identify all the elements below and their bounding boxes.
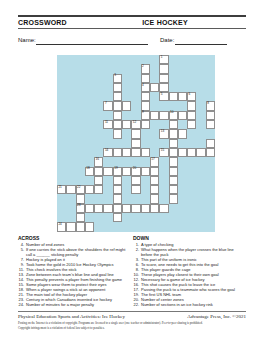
grid-cell[interactable]: 8	[206, 101, 215, 110]
grid-cell[interactable]	[141, 92, 150, 101]
grid-cell[interactable]	[131, 176, 140, 185]
grid-cell[interactable]	[206, 148, 215, 157]
clue-item: 22.Number of sections in an ice hockey r…	[133, 302, 245, 307]
down-heading: DOWN	[133, 235, 149, 241]
grid-cell[interactable]	[159, 83, 168, 92]
clue-number: 16	[96, 158, 99, 161]
clue-number: 13	[161, 130, 164, 133]
grid-cell[interactable]: 6	[187, 92, 196, 101]
grid-cell[interactable]	[187, 111, 196, 120]
grid-cell[interactable]	[113, 185, 122, 194]
grid-cell[interactable]	[122, 204, 131, 213]
grid-cell[interactable]	[131, 129, 140, 138]
grid-cell[interactable]	[141, 204, 150, 213]
grid-cell[interactable]	[150, 204, 159, 213]
grid-cell[interactable]	[113, 83, 122, 92]
page-title: ICE HOCKEY	[112, 19, 218, 26]
grid-cell[interactable]	[85, 204, 94, 213]
grid-cell[interactable]	[122, 120, 131, 129]
grid-cell[interactable]: 16	[94, 157, 103, 166]
grid-cell[interactable]: 18	[85, 167, 94, 176]
clue-item: 5.If one carries the stick above the sho…	[18, 247, 128, 257]
grid-cell[interactable]	[122, 167, 131, 176]
footer-left: Physical Education Sports and Activities…	[18, 314, 125, 319]
grid-cell[interactable]	[206, 120, 215, 129]
clue-number: 1	[161, 56, 163, 59]
grid-cell[interactable]	[150, 194, 159, 203]
date-input-line[interactable]	[175, 44, 227, 45]
grid-cell[interactable]	[113, 194, 122, 203]
grid-cell[interactable]	[178, 148, 187, 157]
clue-number: 21	[58, 186, 61, 189]
grid-cell[interactable]	[196, 148, 205, 157]
grid-cell[interactable]	[131, 148, 140, 157]
grid-cell[interactable]	[169, 194, 178, 203]
clue-number: 15	[161, 149, 164, 152]
across-heading: ACROSS	[18, 235, 39, 241]
grid-cell[interactable]: 15	[159, 148, 168, 157]
header-underline	[18, 28, 246, 29]
grid-cell[interactable]	[150, 167, 159, 176]
grid-cell[interactable]	[103, 204, 112, 213]
grid-cell[interactable]	[131, 185, 140, 194]
grid-cell[interactable]	[159, 74, 168, 83]
footer-line-2: Posting on the Internet is a violation o…	[18, 321, 246, 325]
grid-cell[interactable]: 13	[159, 129, 168, 138]
grid-cell[interactable]: 11	[103, 120, 112, 129]
grid-cell[interactable]	[150, 83, 159, 92]
clue-item-text: Number of sections in an ice hockey rink	[141, 302, 245, 307]
grid-cell[interactable]	[76, 194, 85, 203]
clue-item: 2.What happens when the player crosses t…	[133, 247, 245, 257]
grid-cell[interactable]	[66, 222, 75, 231]
grid-cell[interactable]: 2	[141, 64, 150, 73]
footer-right: Advantage Press, Inc. ©2021	[187, 314, 246, 319]
grid-cell[interactable]: 12	[131, 120, 140, 129]
clue-number: 10	[170, 111, 173, 114]
grid-cell[interactable]	[85, 185, 94, 194]
grid-cell[interactable]	[66, 185, 75, 194]
clue-number: 6	[189, 93, 191, 96]
clue-item-number: 2.	[133, 247, 139, 257]
grid-cell[interactable]	[94, 167, 103, 176]
clue-number: 19	[114, 167, 117, 170]
grid-cell[interactable]: 21	[57, 185, 66, 194]
worksheet-page: CROSSWORD ICE HOCKEY Name: Date: 1234567…	[0, 0, 264, 341]
name-label: Name:	[18, 37, 36, 43]
grid-cell[interactable]: 1	[159, 55, 168, 64]
clue-item: 24.Number of minutes for a major penalty	[18, 302, 128, 307]
clue-number: 20	[133, 167, 136, 170]
grid-cell[interactable]	[169, 139, 178, 148]
grid-cell[interactable]	[141, 148, 150, 157]
grid-cell[interactable]	[76, 213, 85, 222]
grid-cell[interactable]	[113, 213, 122, 222]
top-rule	[18, 15, 246, 17]
grid-cell[interactable]	[113, 176, 122, 185]
clue-number: 5	[161, 93, 163, 96]
grid-cell[interactable]: 7	[103, 101, 112, 110]
grid-cell[interactable]	[113, 120, 122, 129]
date-label: Date:	[160, 37, 174, 43]
grid-cell[interactable]	[187, 120, 196, 129]
grid-cell[interactable]	[85, 222, 94, 231]
page-kicker: CROSSWORD	[18, 19, 67, 26]
name-input-line[interactable]	[36, 44, 148, 45]
clue-item-number: 22.	[133, 302, 139, 307]
clue-number: 3	[114, 74, 116, 77]
grid-cell[interactable]	[206, 111, 215, 120]
clue-number: 11	[105, 121, 108, 124]
clue-number: 24	[58, 223, 61, 226]
grid-cell[interactable]: 24	[57, 222, 66, 231]
clue-number: 8	[207, 102, 209, 105]
grid-cell[interactable]: 23	[76, 204, 85, 213]
grid-cell[interactable]	[94, 185, 103, 194]
grid-cell[interactable]	[169, 157, 178, 166]
grid-cell[interactable]	[169, 129, 178, 138]
clue-item-text: If one carries the stick above the shoul…	[26, 247, 128, 257]
grid-cell[interactable]: 19	[113, 167, 122, 176]
clue-number: 2	[142, 65, 144, 68]
grid-cell[interactable]	[178, 111, 187, 120]
grid-cell[interactable]: 9	[141, 111, 150, 120]
grid-cell[interactable]	[159, 64, 168, 73]
grid-cell[interactable]	[76, 222, 85, 231]
clue-number: 4	[142, 84, 144, 87]
grid-cell[interactable]	[169, 176, 178, 185]
clue-number: 22	[77, 186, 80, 189]
clue-number: 17	[151, 158, 154, 161]
grid-cell[interactable]	[141, 167, 150, 176]
grid-cell[interactable]	[113, 92, 122, 101]
grid-cell[interactable]	[122, 101, 131, 110]
grid-cell[interactable]	[178, 129, 187, 138]
grid-cell[interactable]	[94, 176, 103, 185]
grid-cell[interactable]	[113, 129, 122, 138]
grid-cell[interactable]	[141, 120, 150, 129]
grid-cell[interactable]: 4	[141, 83, 150, 92]
clue-item-text: Number of minutes for a major penalty	[26, 302, 128, 307]
grid-cell[interactable]	[187, 148, 196, 157]
clue-number: 7	[105, 102, 107, 105]
grid-cell[interactable]: 10	[169, 111, 178, 120]
grid-cell[interactable]	[150, 176, 159, 185]
grid-cell[interactable]	[131, 204, 140, 213]
grid-cell[interactable]	[141, 101, 150, 110]
grid-cell[interactable]	[169, 120, 178, 129]
grid-cell[interactable]	[103, 167, 112, 176]
grid-cell[interactable]	[113, 148, 122, 157]
grid-cell[interactable]	[150, 111, 159, 120]
grid-cell[interactable]	[178, 92, 187, 101]
grid-cell[interactable]	[169, 92, 178, 101]
grid-cell[interactable]	[150, 185, 159, 194]
down-list: 1.A type of checking2.What happens when …	[133, 242, 245, 307]
clue-number: 23	[77, 204, 80, 207]
grid-cell[interactable]	[159, 111, 168, 120]
grid-cell[interactable]	[94, 204, 103, 213]
grid-cell[interactable]: 14	[103, 148, 112, 157]
grid-cell[interactable]	[159, 204, 168, 213]
clue-number: 14	[105, 149, 108, 152]
grid-cell[interactable]	[113, 111, 122, 120]
grid-cell[interactable]: 3	[113, 74, 122, 83]
crossword-board: 123456789101112131415161718192021222324	[57, 55, 215, 232]
grid-cell[interactable]	[122, 148, 131, 157]
grid-cell[interactable]: 5	[159, 92, 168, 101]
grid-cell[interactable]	[141, 74, 150, 83]
grid-cell[interactable]	[206, 139, 215, 148]
clue-item-text: What happens when the player crosses the…	[141, 247, 245, 257]
grid-cell[interactable]	[169, 185, 178, 194]
grid-cell[interactable]	[113, 204, 122, 213]
footer-rule	[18, 311, 246, 312]
footer-line-3: Copyright infringement is a violation of…	[18, 326, 246, 330]
grid-cell[interactable]: 20	[131, 167, 140, 176]
grid-cell[interactable]: 22	[76, 185, 85, 194]
clue-item-number: 24.	[18, 302, 24, 307]
footer-line-1: Physical Education Sports and Activities…	[18, 314, 246, 319]
grid-cell[interactable]: 17	[150, 157, 159, 166]
grid-cell[interactable]	[131, 139, 140, 148]
across-list: 4.Number of end zones5.If one carries th…	[18, 242, 128, 307]
clue-number: 12	[133, 121, 136, 124]
grid-cell[interactable]	[187, 101, 196, 110]
clue-item-number: 5.	[18, 247, 24, 257]
clue-number: 18	[86, 167, 89, 170]
grid-cell[interactable]	[169, 167, 178, 176]
clue-number: 9	[142, 111, 144, 114]
grid-cell[interactable]	[113, 101, 122, 110]
crossword-grid: 123456789101112131415161718192021222324	[57, 55, 215, 232]
grid-cell[interactable]	[169, 148, 178, 157]
